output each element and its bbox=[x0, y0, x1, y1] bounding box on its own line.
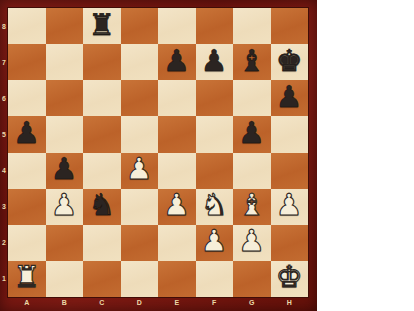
board-square-h1[interactable]: ♚ bbox=[271, 261, 309, 297]
board-square-a4[interactable] bbox=[8, 153, 46, 189]
board-square-e7[interactable]: ♟ bbox=[158, 44, 196, 80]
piece-white-knight[interactable]: ♞ bbox=[201, 190, 228, 220]
file-label-h: H bbox=[271, 297, 309, 310]
board-square-h4[interactable] bbox=[271, 153, 309, 189]
board-square-c5[interactable] bbox=[83, 116, 121, 152]
piece-black-pawn[interactable]: ♟ bbox=[276, 82, 303, 112]
board-square-c6[interactable] bbox=[83, 80, 121, 116]
file-label-c: C bbox=[83, 297, 121, 310]
chess-board-frame: 87654321 ♜♟♟♝♚♟♟♟♟♟♟♞♟♞♝♟♟♟♜♚ ABCDEFGH bbox=[0, 0, 317, 311]
board-square-a8[interactable] bbox=[8, 8, 46, 44]
board-square-b4[interactable]: ♟ bbox=[46, 153, 84, 189]
board-square-b2[interactable] bbox=[46, 225, 84, 261]
rank-label-3: 3 bbox=[0, 189, 8, 225]
board-square-b3[interactable]: ♟ bbox=[46, 189, 84, 225]
board-square-e6[interactable] bbox=[158, 80, 196, 116]
board-square-e3[interactable]: ♟ bbox=[158, 189, 196, 225]
piece-black-pawn[interactable]: ♟ bbox=[201, 46, 228, 76]
board-square-c1[interactable] bbox=[83, 261, 121, 297]
rank-label-4: 4 bbox=[0, 153, 8, 189]
piece-black-rook[interactable]: ♜ bbox=[88, 10, 115, 40]
board-square-b5[interactable] bbox=[46, 116, 84, 152]
board-square-h6[interactable]: ♟ bbox=[271, 80, 309, 116]
board-square-d8[interactable] bbox=[121, 8, 159, 44]
page-background: 87654321 ♜♟♟♝♚♟♟♟♟♟♟♞♟♞♝♟♟♟♜♚ ABCDEFGH bbox=[0, 0, 414, 311]
rank-label-1: 1 bbox=[0, 261, 8, 297]
file-label-e: E bbox=[158, 297, 196, 310]
piece-black-pawn[interactable]: ♟ bbox=[13, 118, 40, 148]
board-square-a6[interactable] bbox=[8, 80, 46, 116]
board-square-d5[interactable] bbox=[121, 116, 159, 152]
board-square-b6[interactable] bbox=[46, 80, 84, 116]
piece-white-bishop[interactable]: ♝ bbox=[238, 190, 265, 220]
piece-white-pawn[interactable]: ♟ bbox=[51, 190, 78, 220]
rank-label-8: 8 bbox=[0, 8, 8, 44]
board-square-h2[interactable] bbox=[271, 225, 309, 261]
piece-black-king[interactable]: ♚ bbox=[276, 46, 303, 76]
file-label-f: F bbox=[196, 297, 234, 310]
file-label-d: D bbox=[121, 297, 159, 310]
board-square-b7[interactable] bbox=[46, 44, 84, 80]
board-square-f1[interactable] bbox=[196, 261, 234, 297]
piece-white-pawn[interactable]: ♟ bbox=[238, 226, 265, 256]
piece-white-pawn[interactable]: ♟ bbox=[163, 190, 190, 220]
board-square-h3[interactable]: ♟ bbox=[271, 189, 309, 225]
rank-label-7: 7 bbox=[0, 44, 8, 80]
board-square-a3[interactable] bbox=[8, 189, 46, 225]
board-square-h7[interactable]: ♚ bbox=[271, 44, 309, 80]
board-square-d4[interactable]: ♟ bbox=[121, 153, 159, 189]
board-square-c3[interactable]: ♞ bbox=[83, 189, 121, 225]
board-square-a1[interactable]: ♜ bbox=[8, 261, 46, 297]
board-square-g2[interactable]: ♟ bbox=[233, 225, 271, 261]
board-square-a5[interactable]: ♟ bbox=[8, 116, 46, 152]
file-label-a: A bbox=[8, 297, 46, 310]
board-square-b8[interactable] bbox=[46, 8, 84, 44]
chess-board[interactable]: ♜♟♟♝♚♟♟♟♟♟♟♞♟♞♝♟♟♟♜♚ bbox=[8, 8, 308, 297]
board-square-f4[interactable] bbox=[196, 153, 234, 189]
board-square-h5[interactable] bbox=[271, 116, 309, 152]
file-labels: ABCDEFGH bbox=[8, 297, 308, 310]
board-square-c8[interactable]: ♜ bbox=[83, 8, 121, 44]
piece-black-pawn[interactable]: ♟ bbox=[163, 46, 190, 76]
board-square-f6[interactable] bbox=[196, 80, 234, 116]
piece-white-king[interactable]: ♚ bbox=[276, 262, 303, 292]
piece-white-pawn[interactable]: ♟ bbox=[276, 190, 303, 220]
rank-label-6: 6 bbox=[0, 80, 8, 116]
board-square-f2[interactable]: ♟ bbox=[196, 225, 234, 261]
board-square-f8[interactable] bbox=[196, 8, 234, 44]
piece-black-knight[interactable]: ♞ bbox=[88, 190, 115, 220]
piece-black-pawn[interactable]: ♟ bbox=[51, 154, 78, 184]
rank-label-5: 5 bbox=[0, 116, 8, 152]
board-square-c4[interactable] bbox=[83, 153, 121, 189]
board-square-d7[interactable] bbox=[121, 44, 159, 80]
board-square-d6[interactable] bbox=[121, 80, 159, 116]
piece-black-bishop[interactable]: ♝ bbox=[238, 46, 265, 76]
board-square-g7[interactable]: ♝ bbox=[233, 44, 271, 80]
file-label-g: G bbox=[233, 297, 271, 310]
board-square-h8[interactable] bbox=[271, 8, 309, 44]
board-square-d3[interactable] bbox=[121, 189, 159, 225]
board-square-g5[interactable]: ♟ bbox=[233, 116, 271, 152]
board-square-e2[interactable] bbox=[158, 225, 196, 261]
board-square-e5[interactable] bbox=[158, 116, 196, 152]
piece-white-pawn[interactable]: ♟ bbox=[126, 154, 153, 184]
rank-label-2: 2 bbox=[0, 225, 8, 261]
board-square-a7[interactable] bbox=[8, 44, 46, 80]
piece-black-pawn[interactable]: ♟ bbox=[238, 118, 265, 148]
board-square-d2[interactable] bbox=[121, 225, 159, 261]
file-label-b: B bbox=[46, 297, 84, 310]
rank-labels: 87654321 bbox=[0, 8, 8, 297]
board-square-c7[interactable] bbox=[83, 44, 121, 80]
board-square-e8[interactable] bbox=[158, 8, 196, 44]
board-square-f7[interactable]: ♟ bbox=[196, 44, 234, 80]
board-square-a2[interactable] bbox=[8, 225, 46, 261]
board-square-g1[interactable] bbox=[233, 261, 271, 297]
board-square-f3[interactable]: ♞ bbox=[196, 189, 234, 225]
board-square-g8[interactable] bbox=[233, 8, 271, 44]
piece-white-pawn[interactable]: ♟ bbox=[201, 226, 228, 256]
board-square-g3[interactable]: ♝ bbox=[233, 189, 271, 225]
board-square-e1[interactable] bbox=[158, 261, 196, 297]
board-square-g4[interactable] bbox=[233, 153, 271, 189]
board-square-g6[interactable] bbox=[233, 80, 271, 116]
board-square-e4[interactable] bbox=[158, 153, 196, 189]
board-square-d1[interactable] bbox=[121, 261, 159, 297]
board-square-b1[interactable] bbox=[46, 261, 84, 297]
piece-white-rook[interactable]: ♜ bbox=[13, 262, 40, 292]
board-square-c2[interactable] bbox=[83, 225, 121, 261]
board-square-f5[interactable] bbox=[196, 116, 234, 152]
